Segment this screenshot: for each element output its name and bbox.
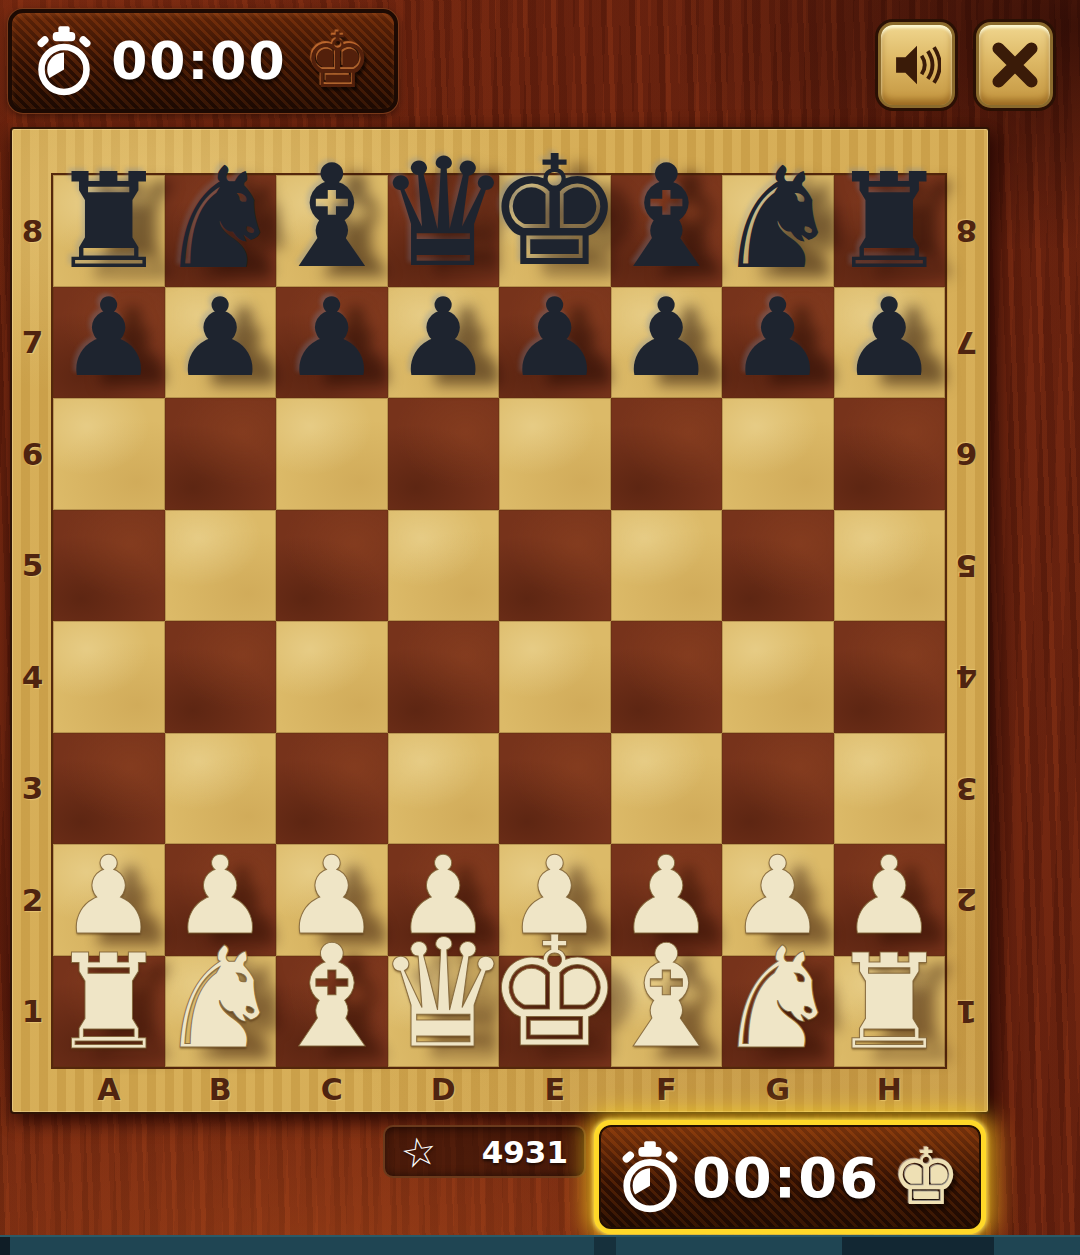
square-d5[interactable] [388, 510, 500, 622]
square-e8[interactable]: ♚ [499, 175, 611, 287]
bottom-strip [0, 1235, 1080, 1255]
piece-black-pawn[interactable]: ♟ [729, 287, 826, 390]
square-a6[interactable] [53, 398, 165, 510]
piece-black-rook[interactable]: ♜ [50, 159, 168, 284]
piece-black-pawn[interactable]: ♟ [395, 287, 492, 390]
square-b8[interactable]: ♞ [165, 175, 277, 287]
square-d6[interactable] [388, 398, 500, 510]
black-king-icon: ♚ [304, 23, 372, 99]
rank-label-left-8: 8 [12, 175, 53, 287]
rank-label-left-1: 1 [12, 956, 53, 1068]
square-f3[interactable] [611, 733, 723, 845]
close-icon [989, 39, 1041, 91]
square-g6[interactable] [722, 398, 834, 510]
rank-label-right-8: 8 [945, 175, 988, 287]
piece-black-pawn[interactable]: ♟ [283, 287, 380, 390]
white-timer-value: 00:06 [692, 1145, 880, 1210]
square-g5[interactable] [722, 510, 834, 622]
square-e1[interactable]: ♚ [499, 956, 611, 1068]
speaker-icon [893, 43, 941, 87]
square-d7[interactable]: ♟ [388, 287, 500, 399]
square-a1[interactable]: ♜ [53, 956, 165, 1068]
square-h8[interactable]: ♜ [834, 175, 946, 287]
square-c1[interactable]: ♝ [276, 956, 388, 1068]
square-e5[interactable] [499, 510, 611, 622]
square-h3[interactable] [834, 733, 946, 845]
square-b4[interactable] [165, 621, 277, 733]
square-h4[interactable] [834, 621, 946, 733]
square-c6[interactable] [276, 398, 388, 510]
rank-label-right-4: 4 [945, 621, 988, 733]
piece-black-pawn[interactable]: ♟ [841, 287, 938, 390]
score-panel: ☆ 4931 [383, 1125, 586, 1178]
square-h1[interactable]: ♜ [834, 956, 946, 1068]
star-icon: ☆ [398, 1129, 440, 1175]
rank-label-right-2: 2 [945, 844, 988, 956]
piece-black-pawn[interactable]: ♟ [618, 287, 715, 390]
square-c8[interactable]: ♝ [276, 175, 388, 287]
square-h5[interactable] [834, 510, 946, 622]
square-b3[interactable] [165, 733, 277, 845]
rank-label-right-3: 3 [945, 733, 988, 845]
piece-black-knight[interactable]: ♞ [715, 152, 841, 285]
piece-white-rook[interactable]: ♜ [50, 940, 168, 1065]
square-b5[interactable] [165, 510, 277, 622]
square-e6[interactable] [499, 398, 611, 510]
square-c5[interactable] [276, 510, 388, 622]
piece-white-knight[interactable]: ♞ [157, 932, 283, 1065]
rank-label-right-5: 5 [945, 510, 988, 622]
piece-black-pawn[interactable]: ♟ [172, 287, 269, 390]
square-d3[interactable] [388, 733, 500, 845]
white-timer-panel: 00:06 ♚ [594, 1120, 986, 1234]
square-h7[interactable]: ♟ [834, 287, 946, 399]
square-f6[interactable] [611, 398, 723, 510]
square-e7[interactable]: ♟ [499, 287, 611, 399]
rank-label-left-4: 4 [12, 621, 53, 733]
black-timer-value: 00:00 [111, 31, 287, 91]
square-f1[interactable]: ♝ [611, 956, 723, 1068]
square-h6[interactable] [834, 398, 946, 510]
close-button[interactable] [976, 22, 1053, 108]
square-b7[interactable]: ♟ [165, 287, 277, 399]
square-f8[interactable]: ♝ [611, 175, 723, 287]
square-f4[interactable] [611, 621, 723, 733]
square-b1[interactable]: ♞ [165, 956, 277, 1068]
chess-board: ♜♞♝♛♚♝♞♜♟♟♟♟♟♟♟♟♟♟♟♟♟♟♟♟♜♞♝♛♚♝♞♜ 8765432… [10, 127, 990, 1114]
rank-label-left-5: 5 [12, 510, 53, 622]
square-c3[interactable] [276, 733, 388, 845]
piece-white-bishop[interactable]: ♝ [603, 930, 730, 1065]
square-f7[interactable]: ♟ [611, 287, 723, 399]
square-g3[interactable] [722, 733, 834, 845]
piece-white-rook[interactable]: ♜ [830, 940, 948, 1065]
square-e4[interactable] [499, 621, 611, 733]
rank-label-left-7: 7 [12, 287, 53, 399]
rank-label-right-7: 7 [945, 287, 988, 399]
square-a8[interactable]: ♜ [53, 175, 165, 287]
rank-label-right-1: 1 [945, 956, 988, 1068]
square-a4[interactable] [53, 621, 165, 733]
square-a5[interactable] [53, 510, 165, 622]
square-d8[interactable]: ♛ [388, 175, 500, 287]
piece-black-pawn[interactable]: ♟ [506, 287, 603, 390]
rank-label-right-6: 6 [945, 398, 988, 510]
square-a7[interactable]: ♟ [53, 287, 165, 399]
square-f5[interactable] [611, 510, 723, 622]
sound-button[interactable] [878, 22, 955, 108]
square-g7[interactable]: ♟ [722, 287, 834, 399]
stopwatch-icon [619, 1140, 681, 1214]
play-area: ♜♞♝♛♚♝♞♜♟♟♟♟♟♟♟♟♟♟♟♟♟♟♟♟♜♞♝♛♚♝♞♜ [53, 175, 945, 1067]
square-g1[interactable]: ♞ [722, 956, 834, 1068]
square-b6[interactable] [165, 398, 277, 510]
square-a3[interactable] [53, 733, 165, 845]
square-g8[interactable]: ♞ [722, 175, 834, 287]
piece-black-rook[interactable]: ♜ [830, 159, 948, 284]
rank-label-left-6: 6 [12, 398, 53, 510]
rank-label-left-2: 2 [12, 844, 53, 956]
stopwatch-icon [34, 25, 94, 97]
piece-white-knight[interactable]: ♞ [715, 932, 841, 1065]
score-value: 4931 [482, 1134, 568, 1170]
square-d1[interactable]: ♛ [388, 956, 500, 1068]
square-c4[interactable] [276, 621, 388, 733]
black-timer-panel: 00:00 ♚ [8, 9, 398, 113]
square-d4[interactable] [388, 621, 500, 733]
square-g4[interactable] [722, 621, 834, 733]
rank-label-left-3: 3 [12, 733, 53, 845]
piece-black-bishop[interactable]: ♝ [603, 150, 730, 285]
white-king-icon: ♚ [891, 1138, 961, 1216]
square-c7[interactable]: ♟ [276, 287, 388, 399]
square-e3[interactable] [499, 733, 611, 845]
piece-black-knight[interactable]: ♞ [157, 152, 283, 285]
piece-black-pawn[interactable]: ♟ [60, 287, 157, 390]
